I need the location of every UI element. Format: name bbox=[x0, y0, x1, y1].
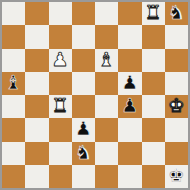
square-g7[interactable] bbox=[142, 25, 165, 48]
square-f6[interactable] bbox=[118, 49, 141, 72]
square-a1[interactable] bbox=[2, 165, 25, 188]
square-f2[interactable] bbox=[118, 142, 141, 165]
square-a5[interactable]: ♝ bbox=[2, 72, 25, 95]
square-c3[interactable] bbox=[49, 118, 72, 141]
black-pawn-f5: ♟ bbox=[121, 73, 138, 92]
square-a8[interactable] bbox=[2, 2, 25, 25]
square-c1[interactable] bbox=[49, 165, 72, 188]
square-b8[interactable] bbox=[25, 2, 48, 25]
white-bishop-e6: ♝ bbox=[98, 50, 115, 69]
square-h6[interactable] bbox=[165, 49, 188, 72]
square-h1[interactable]: ♚ bbox=[165, 165, 188, 188]
square-g6[interactable] bbox=[142, 49, 165, 72]
square-a6[interactable] bbox=[2, 49, 25, 72]
square-d5[interactable] bbox=[72, 72, 95, 95]
square-a2[interactable] bbox=[2, 142, 25, 165]
white-king-h4: ♚ bbox=[168, 96, 185, 115]
square-c2[interactable] bbox=[49, 142, 72, 165]
square-c4[interactable]: ♜ bbox=[49, 95, 72, 118]
square-e2[interactable] bbox=[95, 142, 118, 165]
square-e8[interactable] bbox=[95, 2, 118, 25]
square-b6[interactable] bbox=[25, 49, 48, 72]
chess-diagram: ♜♞♟♝♝♟♜♟♚♟♞♚ bbox=[0, 0, 190, 190]
square-d6[interactable] bbox=[72, 49, 95, 72]
black-bishop-a5: ♝ bbox=[5, 73, 22, 92]
black-pawn-f4: ♟ bbox=[121, 96, 138, 115]
square-d3[interactable]: ♟ bbox=[72, 118, 95, 141]
square-a3[interactable] bbox=[2, 118, 25, 141]
square-e6[interactable]: ♝ bbox=[95, 49, 118, 72]
square-b2[interactable] bbox=[25, 142, 48, 165]
square-b1[interactable] bbox=[25, 165, 48, 188]
square-d4[interactable] bbox=[72, 95, 95, 118]
square-b3[interactable] bbox=[25, 118, 48, 141]
square-g2[interactable] bbox=[142, 142, 165, 165]
square-f3[interactable] bbox=[118, 118, 141, 141]
white-pawn-c6: ♟ bbox=[52, 50, 69, 69]
square-c5[interactable] bbox=[49, 72, 72, 95]
square-c7[interactable] bbox=[49, 25, 72, 48]
square-d8[interactable] bbox=[72, 2, 95, 25]
square-g1[interactable] bbox=[142, 165, 165, 188]
square-a4[interactable] bbox=[2, 95, 25, 118]
square-c6[interactable]: ♟ bbox=[49, 49, 72, 72]
square-f1[interactable] bbox=[118, 165, 141, 188]
square-h7[interactable] bbox=[165, 25, 188, 48]
black-king-h1: ♚ bbox=[168, 166, 185, 185]
square-h4[interactable]: ♚ bbox=[165, 95, 188, 118]
square-b5[interactable] bbox=[25, 72, 48, 95]
square-b4[interactable] bbox=[25, 95, 48, 118]
square-a7[interactable] bbox=[2, 25, 25, 48]
square-e7[interactable] bbox=[95, 25, 118, 48]
square-f5[interactable]: ♟ bbox=[118, 72, 141, 95]
white-rook-c4: ♜ bbox=[52, 96, 69, 115]
square-b7[interactable] bbox=[25, 25, 48, 48]
square-e3[interactable] bbox=[95, 118, 118, 141]
square-h3[interactable] bbox=[165, 118, 188, 141]
square-f4[interactable]: ♟ bbox=[118, 95, 141, 118]
square-f8[interactable] bbox=[118, 2, 141, 25]
chessboard: ♜♞♟♝♝♟♜♟♚♟♞♚ bbox=[0, 0, 190, 190]
square-d1[interactable] bbox=[72, 165, 95, 188]
white-rook-g8: ♜ bbox=[145, 3, 162, 22]
square-f7[interactable] bbox=[118, 25, 141, 48]
square-d2[interactable]: ♞ bbox=[72, 142, 95, 165]
square-e1[interactable] bbox=[95, 165, 118, 188]
square-h8[interactable]: ♞ bbox=[165, 2, 188, 25]
square-g5[interactable] bbox=[142, 72, 165, 95]
square-d7[interactable] bbox=[72, 25, 95, 48]
square-e5[interactable] bbox=[95, 72, 118, 95]
square-h5[interactable] bbox=[165, 72, 188, 95]
square-c8[interactable] bbox=[49, 2, 72, 25]
black-pawn-d3: ♟ bbox=[75, 119, 92, 138]
square-g3[interactable] bbox=[142, 118, 165, 141]
black-knight-d2: ♞ bbox=[75, 143, 92, 162]
square-e4[interactable] bbox=[95, 95, 118, 118]
black-knight-h8: ♞ bbox=[168, 3, 185, 22]
square-g8[interactable]: ♜ bbox=[142, 2, 165, 25]
square-g4[interactable] bbox=[142, 95, 165, 118]
square-h2[interactable] bbox=[165, 142, 188, 165]
